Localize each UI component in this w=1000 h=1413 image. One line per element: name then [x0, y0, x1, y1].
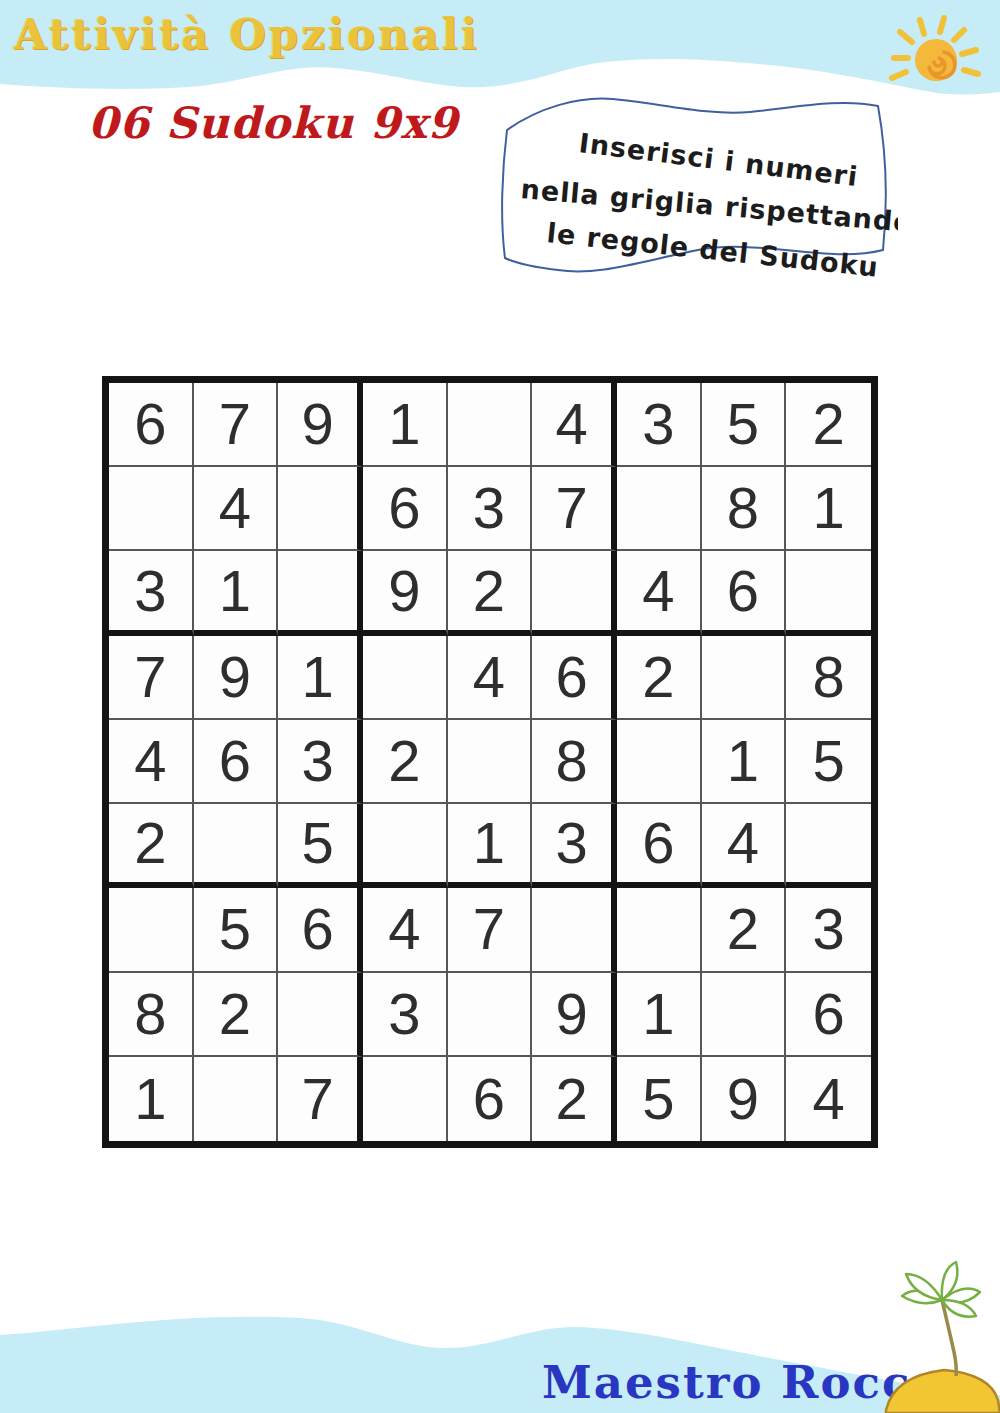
sudoku-cell-r6c6[interactable]: 3: [532, 804, 617, 888]
sudoku-cell-r9c9[interactable]: 4: [786, 1057, 871, 1141]
sudoku-cell-r7c5[interactable]: 7: [448, 888, 533, 972]
sudoku-cell-r8c2[interactable]: 2: [194, 973, 279, 1057]
sudoku-cell-r9c5[interactable]: 6: [448, 1057, 533, 1141]
sudoku-cell-r5c6[interactable]: 8: [532, 720, 617, 804]
sudoku-cell-r5c5[interactable]: [448, 720, 533, 804]
sudoku-cell-r3c7[interactable]: 4: [617, 551, 702, 635]
sudoku-cell-r9c8[interactable]: 9: [702, 1057, 787, 1141]
sudoku-cell-r6c1[interactable]: 2: [109, 804, 194, 888]
page-title: 06 Sudoku 9x9: [88, 98, 458, 148]
sudoku-cell-r4c3[interactable]: 1: [278, 636, 363, 720]
palm-tree-icon: [878, 1258, 1000, 1413]
sudoku-cell-r8c7[interactable]: 1: [617, 973, 702, 1057]
sudoku-cell-r3c8[interactable]: 6: [702, 551, 787, 635]
sudoku-cell-r2c4[interactable]: 6: [363, 467, 448, 551]
sudoku-cell-r2c7[interactable]: [617, 467, 702, 551]
sudoku-cell-r2c8[interactable]: 8: [702, 467, 787, 551]
sudoku-cell-r5c3[interactable]: 3: [278, 720, 363, 804]
sudoku-cell-r7c2[interactable]: 5: [194, 888, 279, 972]
sudoku-cell-r3c9[interactable]: [786, 551, 871, 635]
sudoku-cell-r7c9[interactable]: 3: [786, 888, 871, 972]
sudoku-cell-r1c6[interactable]: 4: [532, 383, 617, 467]
sudoku-cell-r4c4[interactable]: [363, 636, 448, 720]
sudoku-cell-r7c6[interactable]: [532, 888, 617, 972]
sudoku-cell-r3c6[interactable]: [532, 551, 617, 635]
sudoku-cell-r9c1[interactable]: 1: [109, 1057, 194, 1141]
sudoku-cell-r7c7[interactable]: [617, 888, 702, 972]
sudoku-cell-r2c2[interactable]: 4: [194, 467, 279, 551]
sudoku-cell-r1c7[interactable]: 3: [617, 383, 702, 467]
sudoku-cell-r3c5[interactable]: 2: [448, 551, 533, 635]
worksheet-page: Attività Opzionali 06 Sudoku 9x9 Inseris…: [0, 0, 1000, 1413]
sudoku-cell-r8c8[interactable]: [702, 973, 787, 1057]
sudoku-cell-r8c3[interactable]: [278, 973, 363, 1057]
sudoku-cell-r9c6[interactable]: 2: [532, 1057, 617, 1141]
sudoku-cell-r1c5[interactable]: [448, 383, 533, 467]
sudoku-cell-r7c8[interactable]: 2: [702, 888, 787, 972]
sudoku-cell-r1c8[interactable]: 5: [702, 383, 787, 467]
sudoku-cell-r4c7[interactable]: 2: [617, 636, 702, 720]
sudoku-cell-r5c7[interactable]: [617, 720, 702, 804]
sudoku-cell-r4c1[interactable]: 7: [109, 636, 194, 720]
sudoku-cell-r7c3[interactable]: 6: [278, 888, 363, 972]
sudoku-cell-r1c1[interactable]: 6: [109, 383, 194, 467]
sudoku-cell-r1c2[interactable]: 7: [194, 383, 279, 467]
sudoku-cell-r2c9[interactable]: 1: [786, 467, 871, 551]
sudoku-cell-r6c3[interactable]: 5: [278, 804, 363, 888]
instruction-flag: Inserisci i numeri nella griglia rispett…: [498, 90, 898, 285]
sudoku-cell-r7c4[interactable]: 4: [363, 888, 448, 972]
sudoku-cell-r5c4[interactable]: 2: [363, 720, 448, 804]
sudoku-cell-r6c9[interactable]: [786, 804, 871, 888]
sudoku-cell-r1c3[interactable]: 9: [278, 383, 363, 467]
sudoku-cell-r9c7[interactable]: 5: [617, 1057, 702, 1141]
sudoku-cell-r4c2[interactable]: 9: [194, 636, 279, 720]
sudoku-cell-r8c6[interactable]: 9: [532, 973, 617, 1057]
sudoku-cell-r5c8[interactable]: 1: [702, 720, 787, 804]
sudoku-grid: 6791435246378131924679146284632815251364…: [102, 376, 878, 1148]
sudoku-cell-r6c4[interactable]: [363, 804, 448, 888]
sudoku-cell-r8c4[interactable]: 3: [363, 973, 448, 1057]
banner-title: Attività Opzionali: [14, 10, 480, 59]
sudoku-cell-r9c2[interactable]: [194, 1057, 279, 1141]
sudoku-cell-r3c2[interactable]: 1: [194, 551, 279, 635]
sudoku-cell-r5c2[interactable]: 6: [194, 720, 279, 804]
sudoku-cell-r7c1[interactable]: [109, 888, 194, 972]
sudoku-cell-r9c4[interactable]: [363, 1057, 448, 1141]
sudoku-cell-r3c4[interactable]: 9: [363, 551, 448, 635]
sudoku-cell-r6c2[interactable]: [194, 804, 279, 888]
sudoku-cell-r4c8[interactable]: [702, 636, 787, 720]
sudoku-cell-r8c5[interactable]: [448, 973, 533, 1057]
sudoku-cell-r6c5[interactable]: 1: [448, 804, 533, 888]
sudoku-cell-r2c3[interactable]: [278, 467, 363, 551]
sudoku-cell-r8c1[interactable]: 8: [109, 973, 194, 1057]
sudoku-cell-r4c9[interactable]: 8: [786, 636, 871, 720]
sudoku-cell-r1c9[interactable]: 2: [786, 383, 871, 467]
sudoku-cell-r4c5[interactable]: 4: [448, 636, 533, 720]
sudoku-cell-r8c9[interactable]: 6: [786, 973, 871, 1057]
sudoku-cell-r2c1[interactable]: [109, 467, 194, 551]
sudoku-cell-r6c8[interactable]: 4: [702, 804, 787, 888]
sudoku-cell-r1c4[interactable]: 1: [363, 383, 448, 467]
sudoku-cell-r9c3[interactable]: 7: [278, 1057, 363, 1141]
sudoku-cell-r5c1[interactable]: 4: [109, 720, 194, 804]
sudoku-cell-r3c1[interactable]: 3: [109, 551, 194, 635]
sudoku-cell-r2c6[interactable]: 7: [532, 467, 617, 551]
sudoku-cell-r5c9[interactable]: 5: [786, 720, 871, 804]
sudoku-cell-r2c5[interactable]: 3: [448, 467, 533, 551]
sudoku-cell-r6c7[interactable]: 6: [617, 804, 702, 888]
sudoku-cell-r3c3[interactable]: [278, 551, 363, 635]
sudoku-cell-r4c6[interactable]: 6: [532, 636, 617, 720]
